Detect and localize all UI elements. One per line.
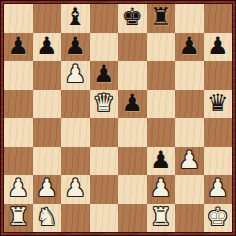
square-f2[interactable]: ♟ [147,175,176,204]
square-f4[interactable] [147,118,176,147]
square-g7[interactable]: ♟ [175,33,204,62]
piece-black-pawn[interactable]: ♟ [93,62,115,86]
square-e3[interactable] [118,147,147,176]
square-h8[interactable] [204,4,233,33]
square-a6[interactable] [4,61,33,90]
square-f5[interactable] [147,90,176,119]
square-g8[interactable] [175,4,204,33]
piece-white-pawn[interactable]: ♟ [64,62,86,86]
square-a4[interactable] [4,118,33,147]
square-e5[interactable]: ♟ [118,90,147,119]
piece-white-pawn[interactable]: ♟ [150,176,172,200]
square-b4[interactable] [33,118,62,147]
square-h6[interactable] [204,61,233,90]
square-g2[interactable] [175,175,204,204]
square-g5[interactable] [175,90,204,119]
square-d2[interactable] [90,175,119,204]
piece-black-pawn[interactable]: ♟ [7,34,29,58]
square-h2[interactable]: ♟ [204,175,233,204]
square-d5[interactable]: ♛ [90,90,119,119]
chess-board: ♝♚♜♟♟♟♟♟♟♟♛♟♛♟♟♟♟♟♟♟♜♞♜♚ [4,4,232,232]
square-a3[interactable] [4,147,33,176]
piece-white-pawn[interactable]: ♟ [207,176,229,200]
square-e8[interactable]: ♚ [118,4,147,33]
square-g6[interactable] [175,61,204,90]
square-b3[interactable] [33,147,62,176]
piece-white-queen[interactable]: ♛ [93,91,115,115]
piece-black-king[interactable]: ♚ [121,5,143,29]
square-c3[interactable] [61,147,90,176]
piece-white-rook[interactable]: ♜ [150,205,172,229]
square-c6[interactable]: ♟ [61,61,90,90]
square-h4[interactable] [204,118,233,147]
square-g4[interactable] [175,118,204,147]
piece-white-rook[interactable]: ♜ [7,205,29,229]
piece-white-pawn[interactable]: ♟ [7,176,29,200]
square-d4[interactable] [90,118,119,147]
square-g3[interactable]: ♟ [175,147,204,176]
board-frame: ♝♚♜♟♟♟♟♟♟♟♛♟♛♟♟♟♟♟♟♟♜♞♜♚ [0,0,236,236]
square-d1[interactable] [90,204,119,233]
square-a8[interactable] [4,4,33,33]
square-b1[interactable]: ♞ [33,204,62,233]
piece-black-pawn[interactable]: ♟ [36,34,58,58]
piece-black-pawn[interactable]: ♟ [178,34,200,58]
piece-white-pawn[interactable]: ♟ [36,176,58,200]
square-h3[interactable] [204,147,233,176]
square-b5[interactable] [33,90,62,119]
square-d6[interactable]: ♟ [90,61,119,90]
piece-black-queen[interactable]: ♛ [207,91,229,115]
piece-black-pawn[interactable]: ♟ [150,148,172,172]
piece-white-pawn[interactable]: ♟ [178,148,200,172]
piece-white-pawn[interactable]: ♟ [64,176,86,200]
square-f3[interactable]: ♟ [147,147,176,176]
piece-white-knight[interactable]: ♞ [36,205,58,229]
square-c1[interactable] [61,204,90,233]
square-f6[interactable] [147,61,176,90]
square-c7[interactable]: ♟ [61,33,90,62]
square-e4[interactable] [118,118,147,147]
piece-black-pawn[interactable]: ♟ [207,34,229,58]
square-c2[interactable]: ♟ [61,175,90,204]
square-f7[interactable] [147,33,176,62]
square-h5[interactable]: ♛ [204,90,233,119]
piece-white-king[interactable]: ♚ [207,205,229,229]
square-e6[interactable] [118,61,147,90]
square-d7[interactable] [90,33,119,62]
square-a1[interactable]: ♜ [4,204,33,233]
square-e2[interactable] [118,175,147,204]
square-e1[interactable] [118,204,147,233]
square-b6[interactable] [33,61,62,90]
square-h1[interactable]: ♚ [204,204,233,233]
square-c8[interactable]: ♝ [61,4,90,33]
square-e7[interactable] [118,33,147,62]
square-c4[interactable] [61,118,90,147]
square-a2[interactable]: ♟ [4,175,33,204]
piece-black-pawn[interactable]: ♟ [121,91,143,115]
square-b7[interactable]: ♟ [33,33,62,62]
square-h7[interactable]: ♟ [204,33,233,62]
square-a5[interactable] [4,90,33,119]
square-d8[interactable] [90,4,119,33]
square-a7[interactable]: ♟ [4,33,33,62]
square-c5[interactable] [61,90,90,119]
square-g1[interactable] [175,204,204,233]
square-d3[interactable] [90,147,119,176]
square-f1[interactable]: ♜ [147,204,176,233]
square-b2[interactable]: ♟ [33,175,62,204]
square-b8[interactable] [33,4,62,33]
square-f8[interactable]: ♜ [147,4,176,33]
piece-black-bishop[interactable]: ♝ [64,5,86,29]
piece-black-pawn[interactable]: ♟ [64,34,86,58]
piece-black-rook[interactable]: ♜ [150,5,172,29]
